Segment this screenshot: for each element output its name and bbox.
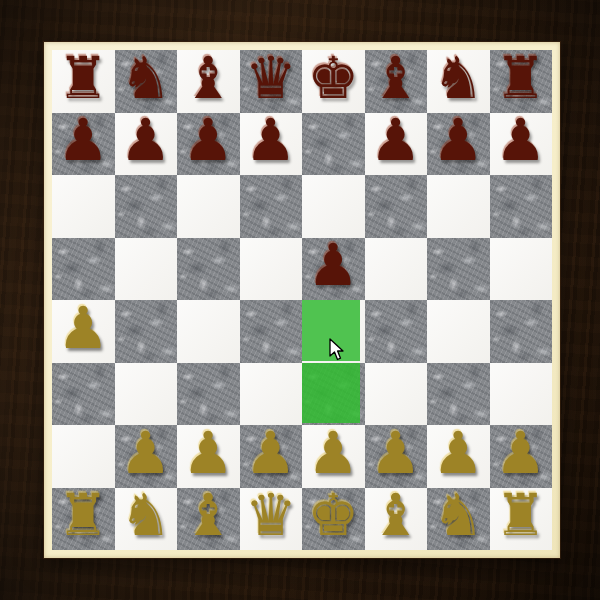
square-f4[interactable] — [365, 300, 428, 363]
piece-black-pawn[interactable]: ♟ — [57, 109, 109, 172]
board-grid: ♜♞♝♛♚♝♞♜♟♟♟♟♟♟♟♟♟♟♟♟♟♟♟♟♜♞♝♛♚♝♞♜ — [52, 50, 552, 550]
piece-black-bishop[interactable]: ♝ — [370, 47, 422, 110]
square-a4[interactable]: ♟ — [52, 300, 115, 363]
square-h3[interactable] — [490, 363, 553, 426]
piece-white-rook[interactable]: ♜ — [57, 484, 109, 547]
square-g5[interactable] — [427, 238, 490, 301]
square-f5[interactable] — [365, 238, 428, 301]
piece-black-pawn[interactable]: ♟ — [120, 109, 172, 172]
square-c5[interactable] — [177, 238, 240, 301]
square-f1[interactable]: ♝ — [365, 488, 428, 551]
piece-black-bishop[interactable]: ♝ — [182, 47, 234, 110]
square-b8[interactable]: ♞ — [115, 50, 178, 113]
square-d1[interactable]: ♛ — [240, 488, 303, 551]
square-d2[interactable]: ♟ — [240, 425, 303, 488]
square-c6[interactable] — [177, 175, 240, 238]
square-d8[interactable]: ♛ — [240, 50, 303, 113]
square-b1[interactable]: ♞ — [115, 488, 178, 551]
piece-white-pawn[interactable]: ♟ — [307, 422, 359, 485]
wood-table-background: { "game": "chess", "position": { "fen": … — [0, 0, 600, 600]
square-f3[interactable] — [365, 363, 428, 426]
square-e6[interactable] — [302, 175, 365, 238]
square-g8[interactable]: ♞ — [427, 50, 490, 113]
square-c3[interactable] — [177, 363, 240, 426]
square-c2[interactable]: ♟ — [177, 425, 240, 488]
square-c8[interactable]: ♝ — [177, 50, 240, 113]
piece-white-pawn[interactable]: ♟ — [370, 422, 422, 485]
square-d5[interactable] — [240, 238, 303, 301]
square-c1[interactable]: ♝ — [177, 488, 240, 551]
piece-black-knight[interactable]: ♞ — [432, 47, 484, 110]
square-f2[interactable]: ♟ — [365, 425, 428, 488]
move-highlight-e3[interactable] — [302, 363, 360, 424]
piece-white-bishop[interactable]: ♝ — [182, 484, 234, 547]
piece-white-pawn[interactable]: ♟ — [432, 422, 484, 485]
piece-white-pawn[interactable]: ♟ — [120, 422, 172, 485]
square-e5[interactable]: ♟ — [302, 238, 365, 301]
mouse-cursor — [328, 338, 350, 362]
square-f7[interactable]: ♟ — [365, 113, 428, 176]
square-h2[interactable]: ♟ — [490, 425, 553, 488]
piece-white-pawn[interactable]: ♟ — [57, 297, 109, 360]
piece-black-pawn[interactable]: ♟ — [307, 234, 359, 297]
square-b6[interactable] — [115, 175, 178, 238]
chess-board: ♜♞♝♛♚♝♞♜♟♟♟♟♟♟♟♟♟♟♟♟♟♟♟♟♜♞♝♛♚♝♞♜ — [44, 42, 560, 558]
square-b7[interactable]: ♟ — [115, 113, 178, 176]
square-h7[interactable]: ♟ — [490, 113, 553, 176]
square-b5[interactable] — [115, 238, 178, 301]
piece-black-pawn[interactable]: ♟ — [432, 109, 484, 172]
square-b4[interactable] — [115, 300, 178, 363]
piece-white-rook[interactable]: ♜ — [495, 484, 547, 547]
square-d7[interactable]: ♟ — [240, 113, 303, 176]
square-e1[interactable]: ♚ — [302, 488, 365, 551]
piece-black-rook[interactable]: ♜ — [57, 47, 109, 110]
square-a7[interactable]: ♟ — [52, 113, 115, 176]
square-a2[interactable] — [52, 425, 115, 488]
piece-white-queen[interactable]: ♛ — [245, 484, 297, 547]
square-f8[interactable]: ♝ — [365, 50, 428, 113]
square-g3[interactable] — [427, 363, 490, 426]
square-e3[interactable] — [302, 363, 365, 426]
square-h1[interactable]: ♜ — [490, 488, 553, 551]
square-a1[interactable]: ♜ — [52, 488, 115, 551]
piece-black-pawn[interactable]: ♟ — [182, 109, 234, 172]
piece-white-knight[interactable]: ♞ — [432, 484, 484, 547]
piece-black-rook[interactable]: ♜ — [495, 47, 547, 110]
piece-black-knight[interactable]: ♞ — [120, 47, 172, 110]
square-g1[interactable]: ♞ — [427, 488, 490, 551]
square-e2[interactable]: ♟ — [302, 425, 365, 488]
square-h4[interactable] — [490, 300, 553, 363]
square-g4[interactable] — [427, 300, 490, 363]
piece-white-pawn[interactable]: ♟ — [245, 422, 297, 485]
square-b2[interactable]: ♟ — [115, 425, 178, 488]
square-g6[interactable] — [427, 175, 490, 238]
square-h6[interactable] — [490, 175, 553, 238]
square-d3[interactable] — [240, 363, 303, 426]
square-c7[interactable]: ♟ — [177, 113, 240, 176]
square-g7[interactable]: ♟ — [427, 113, 490, 176]
piece-black-pawn[interactable]: ♟ — [495, 109, 547, 172]
square-c4[interactable] — [177, 300, 240, 363]
piece-black-king[interactable]: ♚ — [307, 47, 359, 110]
square-a5[interactable] — [52, 238, 115, 301]
piece-white-king[interactable]: ♚ — [307, 484, 359, 547]
piece-black-pawn[interactable]: ♟ — [370, 109, 422, 172]
square-a3[interactable] — [52, 363, 115, 426]
piece-white-knight[interactable]: ♞ — [120, 484, 172, 547]
square-h8[interactable]: ♜ — [490, 50, 553, 113]
square-e7[interactable] — [302, 113, 365, 176]
piece-white-pawn[interactable]: ♟ — [182, 422, 234, 485]
piece-white-bishop[interactable]: ♝ — [370, 484, 422, 547]
square-h5[interactable] — [490, 238, 553, 301]
piece-white-pawn[interactable]: ♟ — [495, 422, 547, 485]
square-a6[interactable] — [52, 175, 115, 238]
piece-black-queen[interactable]: ♛ — [245, 47, 297, 110]
square-d4[interactable] — [240, 300, 303, 363]
square-f6[interactable] — [365, 175, 428, 238]
square-d6[interactable] — [240, 175, 303, 238]
square-e8[interactable]: ♚ — [302, 50, 365, 113]
square-b3[interactable] — [115, 363, 178, 426]
square-g2[interactable]: ♟ — [427, 425, 490, 488]
piece-black-pawn[interactable]: ♟ — [245, 109, 297, 172]
square-a8[interactable]: ♜ — [52, 50, 115, 113]
